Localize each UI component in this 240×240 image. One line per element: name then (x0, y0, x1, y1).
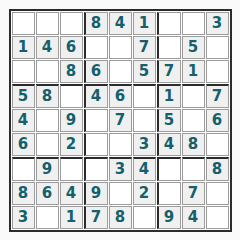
sudoku-cell: 5 (133, 60, 156, 83)
sudoku-cell[interactable] (133, 109, 156, 132)
sudoku-cell: 3 (109, 157, 132, 181)
sudoku-board: 8413146758657158461749756623489348864927… (9, 9, 232, 232)
sudoku-cell: 9 (157, 206, 181, 229)
sudoku-cell[interactable] (157, 36, 181, 59)
sudoku-cell: 6 (36, 182, 59, 205)
sudoku-cell: 4 (157, 133, 181, 156)
sudoku-cell[interactable] (157, 157, 181, 181)
sudoku-cell[interactable] (206, 133, 229, 156)
sudoku-cell[interactable] (157, 182, 181, 205)
sudoku-cell[interactable] (109, 36, 132, 59)
board-row: 8413 (12, 12, 229, 35)
sudoku-cell[interactable] (36, 133, 59, 156)
sudoku-cell: 2 (60, 133, 83, 156)
board-row: 49756 (12, 109, 229, 132)
sudoku-cell: 1 (133, 12, 156, 35)
sudoku-cell: 3 (133, 133, 156, 156)
board-row: 86571 (12, 60, 229, 83)
sudoku-cell[interactable] (84, 157, 108, 181)
sudoku-cell: 1 (12, 36, 35, 59)
sudoku-cell[interactable] (133, 84, 156, 108)
sudoku-cell[interactable] (182, 109, 205, 132)
sudoku-cell[interactable] (109, 60, 132, 83)
sudoku-cell: 4 (109, 12, 132, 35)
sudoku-cell[interactable] (36, 12, 59, 35)
sudoku-cell: 5 (157, 109, 181, 132)
sudoku-cell: 8 (12, 182, 35, 205)
sudoku-cell[interactable] (133, 206, 156, 229)
sudoku-cell: 1 (60, 206, 83, 229)
sudoku-cell[interactable] (60, 84, 83, 108)
sudoku-grid-body: 8413146758657158461749756623489348864927… (12, 12, 229, 229)
sudoku-cell[interactable] (84, 133, 108, 156)
sudoku-cell[interactable] (36, 109, 59, 132)
sudoku-cell: 5 (12, 84, 35, 108)
board-row: 317894 (12, 206, 229, 229)
sudoku-cell: 5 (182, 36, 205, 59)
board-row: 864927 (12, 182, 229, 205)
sudoku-cell: 8 (60, 60, 83, 83)
sudoku-cell[interactable] (60, 12, 83, 35)
sudoku-cell: 7 (109, 109, 132, 132)
sudoku-cell[interactable] (206, 60, 229, 83)
sudoku-cell: 4 (182, 206, 205, 229)
sudoku-cell: 6 (12, 133, 35, 156)
sudoku-cell: 8 (36, 84, 59, 108)
sudoku-cell: 8 (206, 157, 229, 181)
sudoku-cell[interactable] (206, 206, 229, 229)
sudoku-cell: 7 (206, 84, 229, 108)
sudoku-cell: 1 (182, 60, 205, 83)
sudoku-cell[interactable] (84, 109, 108, 132)
sudoku-cell[interactable] (12, 157, 35, 181)
sudoku-cell: 8 (84, 12, 108, 35)
sudoku-cell: 6 (206, 109, 229, 132)
sudoku-widget: 8413146758657158461749756623489348864927… (9, 9, 232, 232)
sudoku-cell[interactable] (36, 60, 59, 83)
sudoku-cell[interactable] (36, 206, 59, 229)
sudoku-cell[interactable] (12, 12, 35, 35)
sudoku-cell: 7 (182, 182, 205, 205)
sudoku-cell: 2 (133, 182, 156, 205)
board-row: 62348 (12, 133, 229, 156)
sudoku-cell: 3 (12, 206, 35, 229)
sudoku-cell: 6 (109, 84, 132, 108)
sudoku-cell: 6 (60, 36, 83, 59)
sudoku-cell: 9 (84, 182, 108, 205)
sudoku-cell[interactable] (206, 182, 229, 205)
sudoku-cell: 8 (182, 133, 205, 156)
sudoku-cell[interactable] (109, 182, 132, 205)
sudoku-cell: 4 (12, 109, 35, 132)
sudoku-cell: 8 (109, 206, 132, 229)
sudoku-cell: 7 (157, 60, 181, 83)
sudoku-cell[interactable] (109, 133, 132, 156)
sudoku-cell[interactable] (182, 12, 205, 35)
sudoku-cell[interactable] (60, 157, 83, 181)
sudoku-cell: 4 (133, 157, 156, 181)
board-row: 14675 (12, 36, 229, 59)
board-row: 584617 (12, 84, 229, 108)
sudoku-cell: 1 (157, 84, 181, 108)
sudoku-cell[interactable] (182, 84, 205, 108)
sudoku-cell[interactable] (157, 12, 181, 35)
sudoku-cell[interactable] (206, 36, 229, 59)
sudoku-cell: 9 (36, 157, 59, 181)
sudoku-cell: 4 (84, 84, 108, 108)
sudoku-cell: 7 (133, 36, 156, 59)
sudoku-cell: 9 (60, 109, 83, 132)
sudoku-cell: 7 (84, 206, 108, 229)
sudoku-cell: 4 (36, 36, 59, 59)
board-row: 9348 (12, 157, 229, 181)
sudoku-cell: 4 (60, 182, 83, 205)
sudoku-cell[interactable] (12, 60, 35, 83)
sudoku-cell: 6 (84, 60, 108, 83)
sudoku-cell[interactable] (182, 157, 205, 181)
sudoku-cell: 3 (206, 12, 229, 35)
sudoku-cell[interactable] (84, 36, 108, 59)
